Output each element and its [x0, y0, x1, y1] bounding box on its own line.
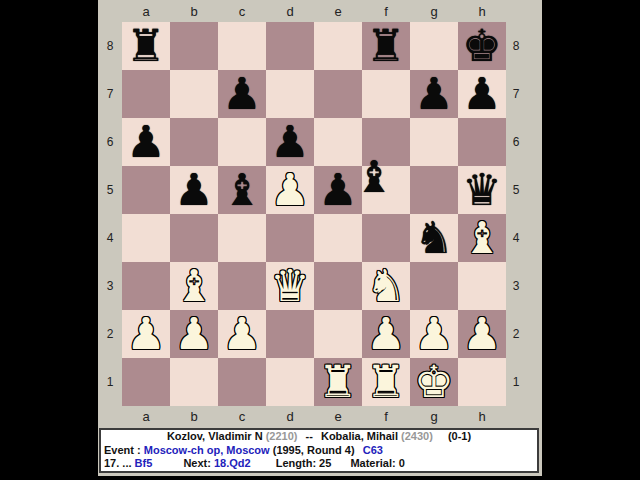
rank-label-left-8: 8: [102, 22, 118, 70]
square-c1[interactable]: [218, 358, 266, 406]
square-a7[interactable]: [122, 70, 170, 118]
square-b4[interactable]: [170, 214, 218, 262]
piece-white-knight: ♞: [362, 262, 410, 310]
piece-black-pawn: ♟: [170, 166, 218, 214]
square-a4[interactable]: [122, 214, 170, 262]
square-a8[interactable]: ♜: [122, 22, 170, 70]
square-b3[interactable]: ♝: [170, 262, 218, 310]
piece-white-pawn: ♟: [410, 310, 458, 358]
event-label: Event :: [104, 444, 141, 456]
file-label-bottom-g: g: [410, 409, 458, 424]
square-f1[interactable]: ♜: [362, 358, 410, 406]
square-g8[interactable]: [410, 22, 458, 70]
black-player-rating: (2430): [401, 430, 433, 442]
file-label-bottom-h: h: [458, 409, 506, 424]
square-a3[interactable]: [122, 262, 170, 310]
white-player-name: Kozlov, Vladimir N: [167, 430, 263, 442]
file-label-bottom-f: f: [362, 409, 410, 424]
material-label: Material:: [350, 457, 395, 469]
white-player-rating: (2210): [266, 430, 298, 442]
square-a5[interactable]: [122, 166, 170, 214]
video-frame: abcdefgh abcdefgh 87654321 87654321 ♜♜♚♟…: [0, 0, 640, 480]
piece-black-pawn: ♟: [218, 70, 266, 118]
square-f4[interactable]: [362, 214, 410, 262]
file-label-top-h: h: [458, 4, 506, 19]
piece-white-pawn: ♟: [458, 310, 506, 358]
rank-label-left-7: 7: [102, 70, 118, 118]
piece-black-king: ♚: [458, 22, 506, 70]
square-a1[interactable]: [122, 358, 170, 406]
file-label-top-g: g: [410, 4, 458, 19]
players-line: Kozlov, Vladimir N (2210) -- Kobalia, Mi…: [101, 430, 537, 444]
square-h2[interactable]: ♟: [458, 310, 506, 358]
piece-black-knight: ♞: [410, 214, 458, 262]
event-name: Moscow-ch op, Moscow: [144, 444, 270, 456]
square-c3[interactable]: [218, 262, 266, 310]
piece-black-bishop: ♝: [350, 153, 398, 201]
square-f3[interactable]: ♞: [362, 262, 410, 310]
piece-white-rook: ♜: [314, 358, 362, 406]
piece-white-rook: ♜: [362, 358, 410, 406]
square-d1[interactable]: [266, 358, 314, 406]
piece-white-pawn: ♟: [362, 310, 410, 358]
chess-board: ♜♜♚♟♟♟♟♟♟♝♟♟♝♛♞♝♝♛♞♟♟♟♟♟♟♜♜♚: [122, 22, 506, 406]
square-f8[interactable]: ♜: [362, 22, 410, 70]
file-label-top-d: d: [266, 4, 314, 19]
square-h4[interactable]: ♝: [458, 214, 506, 262]
letterbox-bottom: [98, 476, 542, 480]
piece-black-rook: ♜: [122, 22, 170, 70]
square-b7[interactable]: [170, 70, 218, 118]
rank-label-right-3: 3: [508, 262, 524, 310]
square-h6[interactable]: [458, 118, 506, 166]
square-h7[interactable]: ♟: [458, 70, 506, 118]
rank-label-left-3: 3: [102, 262, 118, 310]
letterbox-left: [0, 0, 98, 480]
square-d2[interactable]: [266, 310, 314, 358]
square-a6[interactable]: ♟: [122, 118, 170, 166]
file-label-bottom-d: d: [266, 409, 314, 424]
square-g5[interactable]: [410, 166, 458, 214]
chess-app: abcdefgh abcdefgh 87654321 87654321 ♜♜♚♟…: [98, 0, 542, 476]
length-label: Length:: [276, 457, 316, 469]
moves-line: 17. ... Bf5 Next: 18.Qd2 Length: 25 Mate…: [101, 457, 537, 471]
square-b8[interactable]: [170, 22, 218, 70]
current-move: Bf5: [135, 457, 153, 469]
square-c8[interactable]: [218, 22, 266, 70]
square-b5[interactable]: ♟: [170, 166, 218, 214]
black-player-name: Kobalia, Mihail: [321, 430, 398, 442]
piece-black-pawn: ♟: [266, 118, 314, 166]
piece-white-pawn: ♟: [170, 310, 218, 358]
rank-label-right-5: 5: [508, 166, 524, 214]
rank-label-left-6: 6: [102, 118, 118, 166]
square-g3[interactable]: [410, 262, 458, 310]
game-result: (0-1): [448, 430, 471, 442]
piece-white-pawn: ♟: [266, 166, 314, 214]
rank-label-left-4: 4: [102, 214, 118, 262]
square-h3[interactable]: [458, 262, 506, 310]
square-g2[interactable]: ♟: [410, 310, 458, 358]
square-b1[interactable]: [170, 358, 218, 406]
file-label-top-b: b: [170, 4, 218, 19]
move-number: 17.: [104, 457, 119, 469]
file-label-bottom-a: a: [122, 409, 170, 424]
rank-label-right-4: 4: [508, 214, 524, 262]
file-label-bottom-b: b: [170, 409, 218, 424]
rank-label-right-2: 2: [508, 310, 524, 358]
next-label: Next:: [183, 457, 211, 469]
square-f2[interactable]: ♟: [362, 310, 410, 358]
square-g1[interactable]: ♚: [410, 358, 458, 406]
eco-code: C63: [363, 444, 383, 456]
square-d6[interactable]: ♟: [266, 118, 314, 166]
square-h8[interactable]: ♚: [458, 22, 506, 70]
length-value: 25: [319, 457, 331, 469]
square-g6[interactable]: [410, 118, 458, 166]
rank-label-left-1: 1: [102, 358, 118, 406]
square-d5[interactable]: ♟: [266, 166, 314, 214]
piece-white-pawn: ♟: [218, 310, 266, 358]
file-label-top-f: f: [362, 4, 410, 19]
square-b6[interactable]: [170, 118, 218, 166]
material-value: 0: [399, 457, 405, 469]
rank-label-right-8: 8: [508, 22, 524, 70]
rank-label-right-6: 6: [508, 118, 524, 166]
square-c5[interactable]: ♝: [218, 166, 266, 214]
square-e2[interactable]: [314, 310, 362, 358]
square-e1[interactable]: ♜: [314, 358, 362, 406]
piece-white-pawn: ♟: [122, 310, 170, 358]
square-d8[interactable]: [266, 22, 314, 70]
square-c2[interactable]: ♟: [218, 310, 266, 358]
letterbox-right: [542, 0, 640, 480]
piece-black-queen: ♛: [458, 166, 506, 214]
square-h1[interactable]: [458, 358, 506, 406]
square-c6[interactable]: [218, 118, 266, 166]
piece-black-pawn: ♟: [122, 118, 170, 166]
square-h5[interactable]: ♛: [458, 166, 506, 214]
square-d4[interactable]: [266, 214, 314, 262]
piece-white-queen: ♛: [266, 262, 314, 310]
file-label-bottom-e: e: [314, 409, 362, 424]
rank-label-left-2: 2: [102, 310, 118, 358]
square-g4[interactable]: ♞: [410, 214, 458, 262]
event-detail: (1995, Round 4): [273, 444, 355, 456]
square-c7[interactable]: ♟: [218, 70, 266, 118]
square-e3[interactable]: [314, 262, 362, 310]
square-e4[interactable]: [314, 214, 362, 262]
square-a2[interactable]: ♟: [122, 310, 170, 358]
square-d7[interactable]: [266, 70, 314, 118]
file-label-top-c: c: [218, 4, 266, 19]
file-label-top-e: e: [314, 4, 362, 19]
next-move: 18.Qd2: [214, 457, 251, 469]
square-c4[interactable]: [218, 214, 266, 262]
square-e7[interactable]: [314, 70, 362, 118]
piece-black-pawn: ♟: [410, 70, 458, 118]
rank-label-right-7: 7: [508, 70, 524, 118]
square-f5[interactable]: ♝: [362, 166, 410, 214]
event-line: Event : Moscow-ch op, Moscow (1995, Roun…: [101, 444, 537, 458]
square-d3[interactable]: ♛: [266, 262, 314, 310]
move-ellipsis: ...: [122, 457, 131, 469]
piece-black-pawn: ♟: [458, 70, 506, 118]
rank-label-right-1: 1: [508, 358, 524, 406]
game-info-panel: Kozlov, Vladimir N (2210) -- Kobalia, Mi…: [99, 428, 539, 473]
piece-white-bishop: ♝: [458, 214, 506, 262]
square-f7[interactable]: [362, 70, 410, 118]
rank-label-left-5: 5: [102, 166, 118, 214]
square-g7[interactable]: ♟: [410, 70, 458, 118]
players-separator: --: [306, 430, 313, 442]
square-e8[interactable]: [314, 22, 362, 70]
square-b2[interactable]: ♟: [170, 310, 218, 358]
piece-white-king: ♚: [410, 358, 458, 406]
piece-white-bishop: ♝: [170, 262, 218, 310]
file-label-bottom-c: c: [218, 409, 266, 424]
piece-black-rook: ♜: [362, 22, 410, 70]
piece-black-bishop: ♝: [218, 166, 266, 214]
file-label-top-a: a: [122, 4, 170, 19]
